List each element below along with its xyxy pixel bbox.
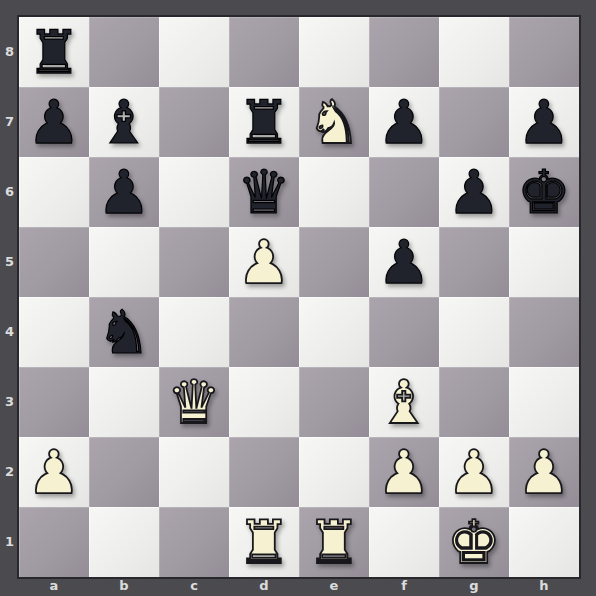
square-f5[interactable]: ♟: [369, 227, 439, 297]
square-d7[interactable]: ♜: [229, 87, 299, 157]
square-g6[interactable]: ♟: [439, 157, 509, 227]
square-c4[interactable]: [159, 297, 229, 367]
square-e4[interactable]: [299, 297, 369, 367]
piece-white-pawn-g2[interactable]: ♟: [447, 437, 501, 507]
square-e1[interactable]: ♜: [299, 507, 369, 577]
rank-label-5: 5: [0, 227, 19, 297]
square-c7[interactable]: [159, 87, 229, 157]
square-d4[interactable]: [229, 297, 299, 367]
square-a6[interactable]: [19, 157, 89, 227]
square-d1[interactable]: ♜: [229, 507, 299, 577]
file-label-b: b: [89, 577, 159, 596]
square-d5[interactable]: ♟: [229, 227, 299, 297]
rank-label-7: 7: [0, 87, 19, 157]
piece-white-queen-c3[interactable]: ♛: [167, 367, 221, 437]
piece-white-pawn-a2[interactable]: ♟: [27, 437, 81, 507]
piece-black-pawn-b6[interactable]: ♟: [97, 157, 151, 227]
square-a5[interactable]: [19, 227, 89, 297]
square-b7[interactable]: ♝: [89, 87, 159, 157]
square-f2[interactable]: ♟: [369, 437, 439, 507]
square-c2[interactable]: [159, 437, 229, 507]
square-f7[interactable]: ♟: [369, 87, 439, 157]
square-g2[interactable]: ♟: [439, 437, 509, 507]
square-e7[interactable]: ♞: [299, 87, 369, 157]
square-f6[interactable]: [369, 157, 439, 227]
square-c6[interactable]: [159, 157, 229, 227]
square-a2[interactable]: ♟: [19, 437, 89, 507]
square-g3[interactable]: [439, 367, 509, 437]
square-g7[interactable]: [439, 87, 509, 157]
square-b8[interactable]: [89, 17, 159, 87]
square-b5[interactable]: [89, 227, 159, 297]
square-a8[interactable]: ♜: [19, 17, 89, 87]
piece-white-rook-d1[interactable]: ♜: [237, 507, 291, 577]
piece-black-rook-d7[interactable]: ♜: [237, 87, 291, 157]
square-h6[interactable]: ♚: [509, 157, 579, 227]
square-g8[interactable]: [439, 17, 509, 87]
square-d8[interactable]: [229, 17, 299, 87]
square-e8[interactable]: [299, 17, 369, 87]
piece-black-king-h6[interactable]: ♚: [517, 157, 571, 227]
rank-label-6: 6: [0, 157, 19, 227]
square-c8[interactable]: [159, 17, 229, 87]
square-e5[interactable]: [299, 227, 369, 297]
file-label-e: e: [299, 577, 369, 596]
rank-label-8: 8: [0, 17, 19, 87]
square-h5[interactable]: [509, 227, 579, 297]
rank-label-1: 1: [0, 507, 19, 577]
piece-white-bishop-f3[interactable]: ♝: [377, 367, 431, 437]
square-g1[interactable]: ♚: [439, 507, 509, 577]
square-c3[interactable]: ♛: [159, 367, 229, 437]
file-label-h: h: [509, 577, 579, 596]
piece-white-rook-e1[interactable]: ♜: [307, 507, 361, 577]
square-b4[interactable]: ♞: [89, 297, 159, 367]
square-h7[interactable]: ♟: [509, 87, 579, 157]
piece-black-knight-b4[interactable]: ♞: [97, 297, 151, 367]
square-a3[interactable]: [19, 367, 89, 437]
piece-white-pawn-d5[interactable]: ♟: [237, 227, 291, 297]
square-h4[interactable]: [509, 297, 579, 367]
square-b1[interactable]: [89, 507, 159, 577]
square-g4[interactable]: [439, 297, 509, 367]
square-e6[interactable]: [299, 157, 369, 227]
file-label-a: a: [19, 577, 89, 596]
chess-diagram: ♜♟♝♜♞♟♟♟♛♟♚♟♟♞♛♝♟♟♟♟♜♜♚ 87654321 abcdefg…: [0, 0, 596, 596]
file-label-d: d: [229, 577, 299, 596]
square-f8[interactable]: [369, 17, 439, 87]
rank-label-2: 2: [0, 437, 19, 507]
piece-black-rook-a8[interactable]: ♜: [27, 17, 81, 87]
square-f4[interactable]: [369, 297, 439, 367]
square-h8[interactable]: [509, 17, 579, 87]
square-e2[interactable]: [299, 437, 369, 507]
piece-white-knight-e7[interactable]: ♞: [307, 87, 361, 157]
piece-black-queen-d6[interactable]: ♛: [237, 157, 291, 227]
square-c5[interactable]: [159, 227, 229, 297]
square-b6[interactable]: ♟: [89, 157, 159, 227]
piece-black-pawn-f5[interactable]: ♟: [377, 227, 431, 297]
chess-board-grid: ♜♟♝♜♞♟♟♟♛♟♚♟♟♞♛♝♟♟♟♟♜♜♚: [19, 17, 579, 577]
piece-white-pawn-h2[interactable]: ♟: [517, 437, 571, 507]
piece-black-pawn-f7[interactable]: ♟: [377, 87, 431, 157]
square-f3[interactable]: ♝: [369, 367, 439, 437]
square-h1[interactable]: [509, 507, 579, 577]
square-h2[interactable]: ♟: [509, 437, 579, 507]
square-h3[interactable]: [509, 367, 579, 437]
square-b3[interactable]: [89, 367, 159, 437]
piece-white-king-g1[interactable]: ♚: [447, 507, 501, 577]
square-a7[interactable]: ♟: [19, 87, 89, 157]
square-d6[interactable]: ♛: [229, 157, 299, 227]
square-c1[interactable]: [159, 507, 229, 577]
square-d3[interactable]: [229, 367, 299, 437]
file-label-g: g: [439, 577, 509, 596]
square-f1[interactable]: [369, 507, 439, 577]
square-a4[interactable]: [19, 297, 89, 367]
piece-black-pawn-a7[interactable]: ♟: [27, 87, 81, 157]
piece-black-pawn-g6[interactable]: ♟: [447, 157, 501, 227]
square-a1[interactable]: [19, 507, 89, 577]
file-label-c: c: [159, 577, 229, 596]
square-e3[interactable]: [299, 367, 369, 437]
square-b2[interactable]: [89, 437, 159, 507]
piece-black-bishop-b7[interactable]: ♝: [97, 87, 151, 157]
file-label-f: f: [369, 577, 439, 596]
square-g5[interactable]: [439, 227, 509, 297]
square-d2[interactable]: [229, 437, 299, 507]
rank-label-3: 3: [0, 367, 19, 437]
piece-white-pawn-f2[interactable]: ♟: [377, 437, 431, 507]
rank-label-4: 4: [0, 297, 19, 367]
piece-black-pawn-h7[interactable]: ♟: [517, 87, 571, 157]
